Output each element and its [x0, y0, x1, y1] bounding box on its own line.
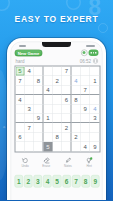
- decor-sparkle: ✦: [2, 124, 6, 130]
- cell-r5c4[interactable]: [43, 104, 52, 113]
- cell-r8c3[interactable]: [34, 133, 43, 142]
- cell-r9c7[interactable]: [71, 142, 80, 151]
- cell-r3c5[interactable]: [53, 85, 62, 94]
- cell-r8c4[interactable]: [43, 133, 52, 142]
- cell-r7c3[interactable]: [34, 123, 43, 132]
- cell-r6c2[interactable]: [25, 114, 34, 123]
- cell-r1c7[interactable]: [71, 67, 80, 76]
- cell-r5c9[interactable]: 4: [90, 104, 99, 113]
- cell-r9c9[interactable]: 9: [90, 142, 99, 151]
- cell-r1c3[interactable]: [34, 67, 43, 76]
- cell-r1c6[interactable]: 7: [62, 67, 71, 76]
- cell-r4c7[interactable]: 8: [71, 95, 80, 104]
- cell-r6c4[interactable]: 1: [43, 114, 52, 123]
- decor-ring: [66, 0, 81, 10]
- cell-r2c5[interactable]: 2: [53, 76, 62, 85]
- cell-r1c1[interactable]: 5: [16, 67, 25, 76]
- toolbar: UndoEraseNotesHint: [15, 157, 100, 168]
- numpad-7-button[interactable]: 7: [72, 175, 81, 188]
- cell-r7c4[interactable]: [43, 123, 52, 132]
- new-game-button[interactable]: New Game: [15, 50, 43, 57]
- phone-notch: [42, 42, 71, 47]
- undo-icon: [21, 157, 28, 164]
- cell-r5c8[interactable]: 9: [81, 104, 90, 113]
- phone-screen: New Game hard 06:52 54778241474683949137…: [11, 42, 103, 201]
- hint-icon: [86, 157, 93, 164]
- pause-button[interactable]: [93, 59, 98, 64]
- cell-r5c1[interactable]: [16, 104, 25, 113]
- numpad-9-button[interactable]: 9: [91, 175, 100, 188]
- cell-r4c3[interactable]: [34, 95, 43, 104]
- cell-r1c4[interactable]: [43, 67, 52, 76]
- cell-r7c5[interactable]: [53, 123, 62, 132]
- tool-label: Notes: [64, 165, 72, 168]
- number-pad: 123456789: [15, 175, 100, 188]
- cell-r3c4[interactable]: 4: [43, 85, 52, 94]
- cell-r4c1[interactable]: 4: [16, 95, 25, 104]
- tool-label: Undo: [21, 165, 28, 168]
- cell-r2c9[interactable]: 1: [90, 76, 99, 85]
- cell-r5c6[interactable]: [62, 104, 71, 113]
- cell-r3c3[interactable]: [34, 85, 43, 94]
- sudoku-board: 547782414746839491372682549: [15, 66, 101, 153]
- numpad-1-button[interactable]: 1: [15, 175, 24, 188]
- eraser-icon: [43, 157, 50, 164]
- cell-r9c5[interactable]: [53, 142, 62, 151]
- cell-r2c1[interactable]: 7: [16, 76, 25, 85]
- cell-r3c7[interactable]: [71, 85, 80, 94]
- cell-r5c5[interactable]: [53, 104, 62, 113]
- cell-r8c2[interactable]: [25, 133, 34, 142]
- numpad-5-button[interactable]: 5: [53, 175, 62, 188]
- phone-mockup: New Game hard 06:52 54778241474683949137…: [7, 38, 106, 200]
- cell-r7c7[interactable]: [71, 123, 80, 132]
- cell-r8c5[interactable]: 8: [53, 133, 62, 142]
- cell-r2c2[interactable]: [25, 76, 34, 85]
- cell-r4c6[interactable]: 6: [62, 95, 71, 104]
- timer-label: 06:52: [80, 59, 91, 64]
- cell-r4c9[interactable]: [90, 95, 99, 104]
- cell-r4c4[interactable]: [43, 95, 52, 104]
- cell-r6c1[interactable]: [16, 114, 25, 123]
- cell-r3c2[interactable]: [25, 85, 34, 94]
- cell-r6c3[interactable]: 9: [34, 114, 43, 123]
- theme-icon[interactable]: [81, 50, 88, 57]
- tool-undo-button[interactable]: Undo: [21, 157, 28, 168]
- banner-title: EASY TO EXPERT: [0, 14, 113, 24]
- numpad-2-button[interactable]: 2: [24, 175, 33, 188]
- decor-ring: [0, 0, 10, 11]
- advert-background: 8 ✦ EASY TO EXPERT New Game hard 06:52 5…: [0, 0, 113, 200]
- more-button[interactable]: [89, 50, 99, 57]
- cell-r2c6[interactable]: [62, 76, 71, 85]
- numpad-3-button[interactable]: 3: [34, 175, 43, 188]
- cell-r3c1[interactable]: [16, 85, 25, 94]
- cell-r6c5[interactable]: [53, 114, 62, 123]
- decor-ring: [98, 23, 108, 33]
- cell-r9c2[interactable]: [25, 142, 34, 151]
- cell-r4c5[interactable]: [53, 95, 62, 104]
- tool-erase-button[interactable]: Erase: [42, 157, 50, 168]
- tool-label: Hint: [86, 165, 91, 168]
- cell-r9c3[interactable]: [34, 142, 43, 151]
- cell-r8c6[interactable]: [62, 133, 71, 142]
- cell-r9c4[interactable]: 5: [43, 142, 52, 151]
- cell-r1c9[interactable]: [90, 67, 99, 76]
- cell-r3c8[interactable]: 7: [81, 85, 90, 94]
- pencil-icon: [64, 157, 71, 164]
- cell-r9c6[interactable]: [62, 142, 71, 151]
- difficulty-label: hard: [16, 59, 25, 64]
- cell-r8c1[interactable]: 6: [16, 133, 25, 142]
- cell-r4c2[interactable]: [25, 95, 34, 104]
- cell-r7c6[interactable]: 2: [62, 123, 71, 132]
- cell-r3c6[interactable]: [62, 85, 71, 94]
- cell-r8c9[interactable]: [90, 133, 99, 142]
- cell-r5c2[interactable]: 3: [25, 104, 34, 113]
- numpad-4-button[interactable]: 4: [43, 175, 52, 188]
- status-battery: [86, 45, 95, 47]
- cell-r2c3[interactable]: 8: [34, 76, 43, 85]
- cell-r5c3[interactable]: [34, 104, 43, 113]
- cell-r2c4[interactable]: [43, 76, 52, 85]
- cell-r1c5[interactable]: [53, 67, 62, 76]
- cell-r6c7[interactable]: [71, 114, 80, 123]
- cell-r7c2[interactable]: 7: [25, 123, 34, 132]
- cell-r9c8[interactable]: 4: [81, 142, 90, 151]
- cell-r7c1[interactable]: [16, 123, 25, 132]
- cell-r1c2[interactable]: 4: [25, 67, 34, 76]
- cell-r2c7[interactable]: 4: [71, 76, 80, 85]
- cell-r8c7[interactable]: 2: [71, 133, 80, 142]
- cell-r8c8[interactable]: [81, 133, 90, 142]
- status-time: [19, 45, 26, 47]
- cell-r6c8[interactable]: [81, 114, 90, 123]
- cell-r4c8[interactable]: [81, 95, 90, 104]
- cell-r9c1[interactable]: [16, 142, 25, 151]
- cell-r6c9[interactable]: 3: [90, 114, 99, 123]
- cell-r5c7[interactable]: [71, 104, 80, 113]
- cell-r6c6[interactable]: [62, 114, 71, 123]
- numpad-8-button[interactable]: 8: [81, 175, 90, 188]
- numpad-6-button[interactable]: 6: [62, 175, 71, 188]
- cell-r2c8[interactable]: [81, 76, 90, 85]
- cell-r7c8[interactable]: [81, 123, 90, 132]
- tool-label: Erase: [42, 165, 50, 168]
- cell-r1c8[interactable]: [81, 67, 90, 76]
- cell-r3c9[interactable]: [90, 85, 99, 94]
- tool-notes-button[interactable]: Notes: [64, 157, 72, 168]
- cell-r7c9[interactable]: [90, 123, 99, 132]
- tool-hint-button[interactable]: Hint: [86, 157, 93, 168]
